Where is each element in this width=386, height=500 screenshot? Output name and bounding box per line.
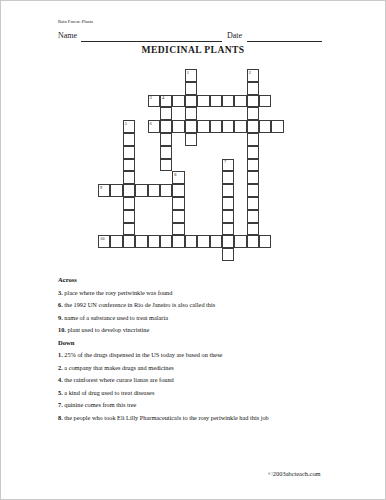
across-clue-9: 9. name of a substance used to treat mal… xyxy=(58,312,343,325)
cell-r13c8[interactable] xyxy=(197,235,209,248)
cell-r13c1[interactable] xyxy=(110,235,122,248)
clue-number-7: 7 xyxy=(224,160,226,165)
cell-r13c9[interactable] xyxy=(210,235,222,248)
cell-r13c11[interactable] xyxy=(234,235,246,248)
clue-number-3: 3 xyxy=(150,96,152,101)
clue-text: plant used to develop vincristine xyxy=(67,326,149,333)
down-heading: Down xyxy=(58,337,343,350)
clue-number-8: 8 xyxy=(174,173,176,178)
cell-r4c12[interactable] xyxy=(247,120,259,133)
cell-r8c12[interactable] xyxy=(247,171,259,184)
down-clue-1: 1. 25% of the drugs dispensed in the US … xyxy=(58,349,343,362)
name-label: Name xyxy=(58,31,77,40)
cell-r11c6[interactable] xyxy=(172,210,184,223)
cell-r2c8[interactable] xyxy=(197,95,209,108)
cell-r4c13[interactable] xyxy=(259,120,271,133)
cell-r9c2[interactable] xyxy=(123,184,135,197)
cell-r12c10[interactable] xyxy=(222,223,234,236)
cell-r9c4[interactable] xyxy=(148,184,160,197)
cell-r0c7[interactable]: 1 xyxy=(185,69,197,82)
cell-r9c1[interactable] xyxy=(110,184,122,197)
name-blank-line[interactable] xyxy=(81,41,222,42)
cell-r2c7[interactable] xyxy=(185,95,197,108)
cell-r9c3[interactable] xyxy=(135,184,147,197)
clue-number-4: 4 xyxy=(162,96,164,101)
cell-r4c9[interactable] xyxy=(210,120,222,133)
cell-r6c12[interactable] xyxy=(247,146,259,159)
cell-r6c2[interactable] xyxy=(123,146,135,159)
cell-r9c6[interactable] xyxy=(172,184,184,197)
cell-r2c13[interactable] xyxy=(259,95,271,108)
cell-r13c13[interactable] xyxy=(259,235,271,248)
cell-r3c7[interactable] xyxy=(185,107,197,120)
clue-text: the rainforest where curare lianas are f… xyxy=(64,376,173,383)
cell-r8c6[interactable]: 8 xyxy=(172,171,184,184)
cell-r7c5[interactable] xyxy=(160,159,172,172)
cell-r8c2[interactable] xyxy=(123,171,135,184)
cell-r13c3[interactable] xyxy=(135,235,147,248)
cell-r4c7[interactable] xyxy=(185,120,197,133)
cell-r4c10[interactable] xyxy=(222,120,234,133)
worksheet-page: Rain Forest: Plants Name Date MEDICINAL … xyxy=(0,0,386,500)
cell-r10c2[interactable] xyxy=(123,197,135,210)
clue-number-6: 6 xyxy=(150,122,152,127)
clue-text: a kind of drug used to treat diseases xyxy=(64,389,154,396)
clue-text: the 1992 UN conference in Rio de Janeiro… xyxy=(64,301,215,308)
cell-r14c10[interactable] xyxy=(222,248,234,261)
down-clue-7: 7. quinine comes from this tree xyxy=(58,399,343,412)
cell-r13c10[interactable] xyxy=(222,235,234,248)
course-label: Rain Forest: Plants xyxy=(58,19,93,24)
cell-r7c12[interactable] xyxy=(247,159,259,172)
cell-r2c11[interactable] xyxy=(234,95,246,108)
crossword-grid: 12345678910 xyxy=(98,69,284,261)
cell-r2c4[interactable]: 3 xyxy=(148,95,160,108)
cell-r4c4[interactable]: 6 xyxy=(148,120,160,133)
across-clue-6: 6. the 1992 UN conference in Rio de Jane… xyxy=(58,299,343,312)
cell-r7c10[interactable]: 7 xyxy=(222,159,234,172)
name-date-row: Name Date xyxy=(58,31,322,43)
cell-r11c2[interactable] xyxy=(123,210,135,223)
cell-r7c2[interactable] xyxy=(123,159,135,172)
clue-text: a company that makes drugs and medicines xyxy=(64,364,173,371)
cell-r13c12[interactable] xyxy=(247,235,259,248)
cell-r4c2[interactable]: 5 xyxy=(123,120,135,133)
cell-r13c0[interactable]: 10 xyxy=(98,235,110,248)
cell-r5c12[interactable] xyxy=(247,133,259,146)
cell-r8c10[interactable] xyxy=(222,171,234,184)
date-blank-line[interactable] xyxy=(247,41,322,42)
cell-r10c12[interactable] xyxy=(247,197,259,210)
cell-r13c6[interactable] xyxy=(172,235,184,248)
clue-number-1: 1 xyxy=(187,71,189,76)
cell-r2c6[interactable] xyxy=(172,95,184,108)
cell-r0c12[interactable]: 2 xyxy=(247,69,259,82)
clue-text: name of a substance used to treat malari… xyxy=(64,314,168,321)
cell-r9c5[interactable] xyxy=(160,184,172,197)
cell-r4c6[interactable] xyxy=(172,120,184,133)
cell-r4c5[interactable] xyxy=(160,120,172,133)
clue-text: 25% of the drugs dispensed in the US tod… xyxy=(64,351,222,358)
cell-r5c2[interactable] xyxy=(123,133,135,146)
clue-number-2: 2 xyxy=(249,71,251,76)
down-clue-2: 2. a company that makes drugs and medici… xyxy=(58,362,343,375)
cell-r3c5[interactable] xyxy=(160,107,172,120)
across-heading: Across xyxy=(58,274,343,287)
cell-r12c6[interactable] xyxy=(172,223,184,236)
cell-r13c2[interactable] xyxy=(123,235,135,248)
clue-number-5: 5 xyxy=(125,122,127,127)
cell-r4c14[interactable] xyxy=(271,120,283,133)
cell-r9c12[interactable] xyxy=(247,184,259,197)
cell-r11c12[interactable] xyxy=(247,210,259,223)
cell-r2c5[interactable]: 4 xyxy=(160,95,172,108)
clue-text: quinine comes from this tree xyxy=(64,401,136,408)
cell-r1c7[interactable] xyxy=(185,82,197,95)
cell-r13c5[interactable] xyxy=(160,235,172,248)
page-title: MEDICINAL PLANTS xyxy=(0,44,386,55)
down-clue-5: 5. a kind of drug used to treat diseases xyxy=(58,387,343,400)
cell-r5c7[interactable] xyxy=(185,133,197,146)
cell-r12c2[interactable] xyxy=(123,223,135,236)
across-clue-3: 3. place where the rosy periwinkle was f… xyxy=(58,287,343,300)
clue-number-10: 10 xyxy=(100,237,105,242)
cell-r9c0[interactable]: 9 xyxy=(98,184,110,197)
cell-r4c8[interactable] xyxy=(197,120,209,133)
cell-r10c10[interactable] xyxy=(222,197,234,210)
cell-r2c10[interactable] xyxy=(222,95,234,108)
cell-r2c9[interactable] xyxy=(210,95,222,108)
copyright-notice: ©2003abcteach.com xyxy=(268,470,321,477)
clue-number-9: 9 xyxy=(100,186,102,191)
down-clue-8: 8. the people who took Eli Lilly Pharmac… xyxy=(58,412,343,425)
cell-r6c5[interactable] xyxy=(160,146,172,159)
date-label: Date xyxy=(227,31,242,40)
cell-r1c12[interactable] xyxy=(247,82,259,95)
cell-r12c12[interactable] xyxy=(247,223,259,236)
cell-r2c12[interactable] xyxy=(247,95,259,108)
cell-r13c7[interactable] xyxy=(185,235,197,248)
cell-r10c6[interactable] xyxy=(172,197,184,210)
clue-text: the people who took Eli Lilly Pharmaceut… xyxy=(64,414,268,421)
cell-r3c12[interactable] xyxy=(247,107,259,120)
across-clue-10: 10. plant used to develop vincristine xyxy=(58,324,343,337)
cell-r5c5[interactable] xyxy=(160,133,172,146)
cell-r11c10[interactable] xyxy=(222,210,234,223)
cell-r9c10[interactable] xyxy=(222,184,234,197)
cell-r4c11[interactable] xyxy=(234,120,246,133)
down-clue-4: 4. the rainforest where curare lianas ar… xyxy=(58,374,343,387)
clue-text: place where the rosy periwinkle was foun… xyxy=(64,289,172,296)
cell-r13c4[interactable] xyxy=(148,235,160,248)
clue-list: Across 3. place where the rosy periwinkl… xyxy=(58,274,343,424)
